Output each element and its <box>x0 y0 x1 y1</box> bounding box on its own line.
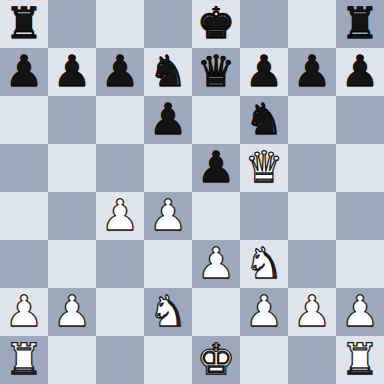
square-d6[interactable]: ♟ <box>144 96 192 144</box>
square-h4[interactable] <box>336 192 384 240</box>
square-c8[interactable] <box>96 0 144 48</box>
white-pawn-c4[interactable]: ♟ <box>101 194 140 237</box>
black-pawn-d6[interactable]: ♟ <box>149 98 188 141</box>
white-pawn-a2[interactable]: ♟ <box>5 290 44 333</box>
square-a5[interactable] <box>0 144 48 192</box>
black-pawn-e5[interactable]: ♟ <box>197 146 236 189</box>
square-f2[interactable]: ♟ <box>240 288 288 336</box>
white-pawn-h2[interactable]: ♟ <box>341 290 380 333</box>
square-a2[interactable]: ♟ <box>0 288 48 336</box>
white-knight-f3[interactable]: ♞ <box>245 242 284 285</box>
white-knight-d2[interactable]: ♞ <box>149 290 188 333</box>
square-f8[interactable] <box>240 0 288 48</box>
square-h7[interactable]: ♟ <box>336 48 384 96</box>
square-h8[interactable]: ♜ <box>336 0 384 48</box>
square-f7[interactable]: ♟ <box>240 48 288 96</box>
square-f1[interactable] <box>240 336 288 384</box>
square-b5[interactable] <box>48 144 96 192</box>
white-pawn-e3[interactable]: ♟ <box>197 242 236 285</box>
square-f4[interactable] <box>240 192 288 240</box>
black-rook-h8[interactable]: ♜ <box>341 2 380 45</box>
square-d4[interactable]: ♟ <box>144 192 192 240</box>
square-f6[interactable]: ♞ <box>240 96 288 144</box>
black-queen-e7[interactable]: ♛ <box>197 50 236 93</box>
chess-board-container: ♜♚♜♟♟♟♞♛♟♟♟♟♞♟♛♟♟♟♞♟♟♞♟♟♟♜♚♜ <box>0 0 384 384</box>
square-e3[interactable]: ♟ <box>192 240 240 288</box>
square-c2[interactable] <box>96 288 144 336</box>
square-e2[interactable] <box>192 288 240 336</box>
square-e7[interactable]: ♛ <box>192 48 240 96</box>
black-king-e8[interactable]: ♚ <box>197 2 236 45</box>
black-pawn-f7[interactable]: ♟ <box>245 50 284 93</box>
black-knight-f6[interactable]: ♞ <box>245 98 284 141</box>
square-c1[interactable] <box>96 336 144 384</box>
square-d1[interactable] <box>144 336 192 384</box>
square-h1[interactable]: ♜ <box>336 336 384 384</box>
white-king-e1[interactable]: ♚ <box>197 338 236 381</box>
square-e1[interactable]: ♚ <box>192 336 240 384</box>
square-b1[interactable] <box>48 336 96 384</box>
white-pawn-b2[interactable]: ♟ <box>53 290 92 333</box>
black-knight-d7[interactable]: ♞ <box>149 50 188 93</box>
square-c5[interactable] <box>96 144 144 192</box>
square-c7[interactable]: ♟ <box>96 48 144 96</box>
square-a8[interactable]: ♜ <box>0 0 48 48</box>
square-h3[interactable] <box>336 240 384 288</box>
square-c4[interactable]: ♟ <box>96 192 144 240</box>
black-pawn-a7[interactable]: ♟ <box>5 50 44 93</box>
white-rook-h1[interactable]: ♜ <box>341 338 380 381</box>
square-c6[interactable] <box>96 96 144 144</box>
square-h5[interactable] <box>336 144 384 192</box>
white-pawn-d4[interactable]: ♟ <box>149 194 188 237</box>
square-d2[interactable]: ♞ <box>144 288 192 336</box>
square-e6[interactable] <box>192 96 240 144</box>
square-a1[interactable]: ♜ <box>0 336 48 384</box>
square-f5[interactable]: ♛ <box>240 144 288 192</box>
square-a7[interactable]: ♟ <box>0 48 48 96</box>
square-g5[interactable] <box>288 144 336 192</box>
square-g4[interactable] <box>288 192 336 240</box>
square-d7[interactable]: ♞ <box>144 48 192 96</box>
square-g1[interactable] <box>288 336 336 384</box>
square-d8[interactable] <box>144 0 192 48</box>
square-b6[interactable] <box>48 96 96 144</box>
white-pawn-g2[interactable]: ♟ <box>293 290 332 333</box>
square-a4[interactable] <box>0 192 48 240</box>
square-g6[interactable] <box>288 96 336 144</box>
black-pawn-b7[interactable]: ♟ <box>53 50 92 93</box>
square-d3[interactable] <box>144 240 192 288</box>
square-g8[interactable] <box>288 0 336 48</box>
square-g2[interactable]: ♟ <box>288 288 336 336</box>
square-b2[interactable]: ♟ <box>48 288 96 336</box>
chess-board: ♜♚♜♟♟♟♞♛♟♟♟♟♞♟♛♟♟♟♞♟♟♞♟♟♟♜♚♜ <box>0 0 384 384</box>
black-pawn-h7[interactable]: ♟ <box>341 50 380 93</box>
square-a3[interactable] <box>0 240 48 288</box>
square-h2[interactable]: ♟ <box>336 288 384 336</box>
square-b3[interactable] <box>48 240 96 288</box>
square-a6[interactable] <box>0 96 48 144</box>
square-e8[interactable]: ♚ <box>192 0 240 48</box>
black-rook-a8[interactable]: ♜ <box>5 2 44 45</box>
square-g3[interactable] <box>288 240 336 288</box>
white-queen-f5[interactable]: ♛ <box>245 146 284 189</box>
square-e4[interactable] <box>192 192 240 240</box>
square-e5[interactable]: ♟ <box>192 144 240 192</box>
square-h6[interactable] <box>336 96 384 144</box>
black-pawn-g7[interactable]: ♟ <box>293 50 332 93</box>
black-pawn-c7[interactable]: ♟ <box>101 50 140 93</box>
white-pawn-f2[interactable]: ♟ <box>245 290 284 333</box>
square-d5[interactable] <box>144 144 192 192</box>
square-c3[interactable] <box>96 240 144 288</box>
square-b8[interactable] <box>48 0 96 48</box>
square-b4[interactable] <box>48 192 96 240</box>
square-b7[interactable]: ♟ <box>48 48 96 96</box>
white-rook-a1[interactable]: ♜ <box>5 338 44 381</box>
square-f3[interactable]: ♞ <box>240 240 288 288</box>
square-g7[interactable]: ♟ <box>288 48 336 96</box>
